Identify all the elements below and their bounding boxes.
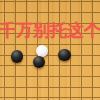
stone-black xyxy=(11,50,24,63)
stone-layer xyxy=(0,0,100,100)
caption-text: 千万别托这个 xyxy=(0,21,100,40)
stone-black xyxy=(33,56,46,69)
stone-black xyxy=(58,49,71,62)
go-board[interactable]: 千万别托这个 xyxy=(0,0,100,100)
